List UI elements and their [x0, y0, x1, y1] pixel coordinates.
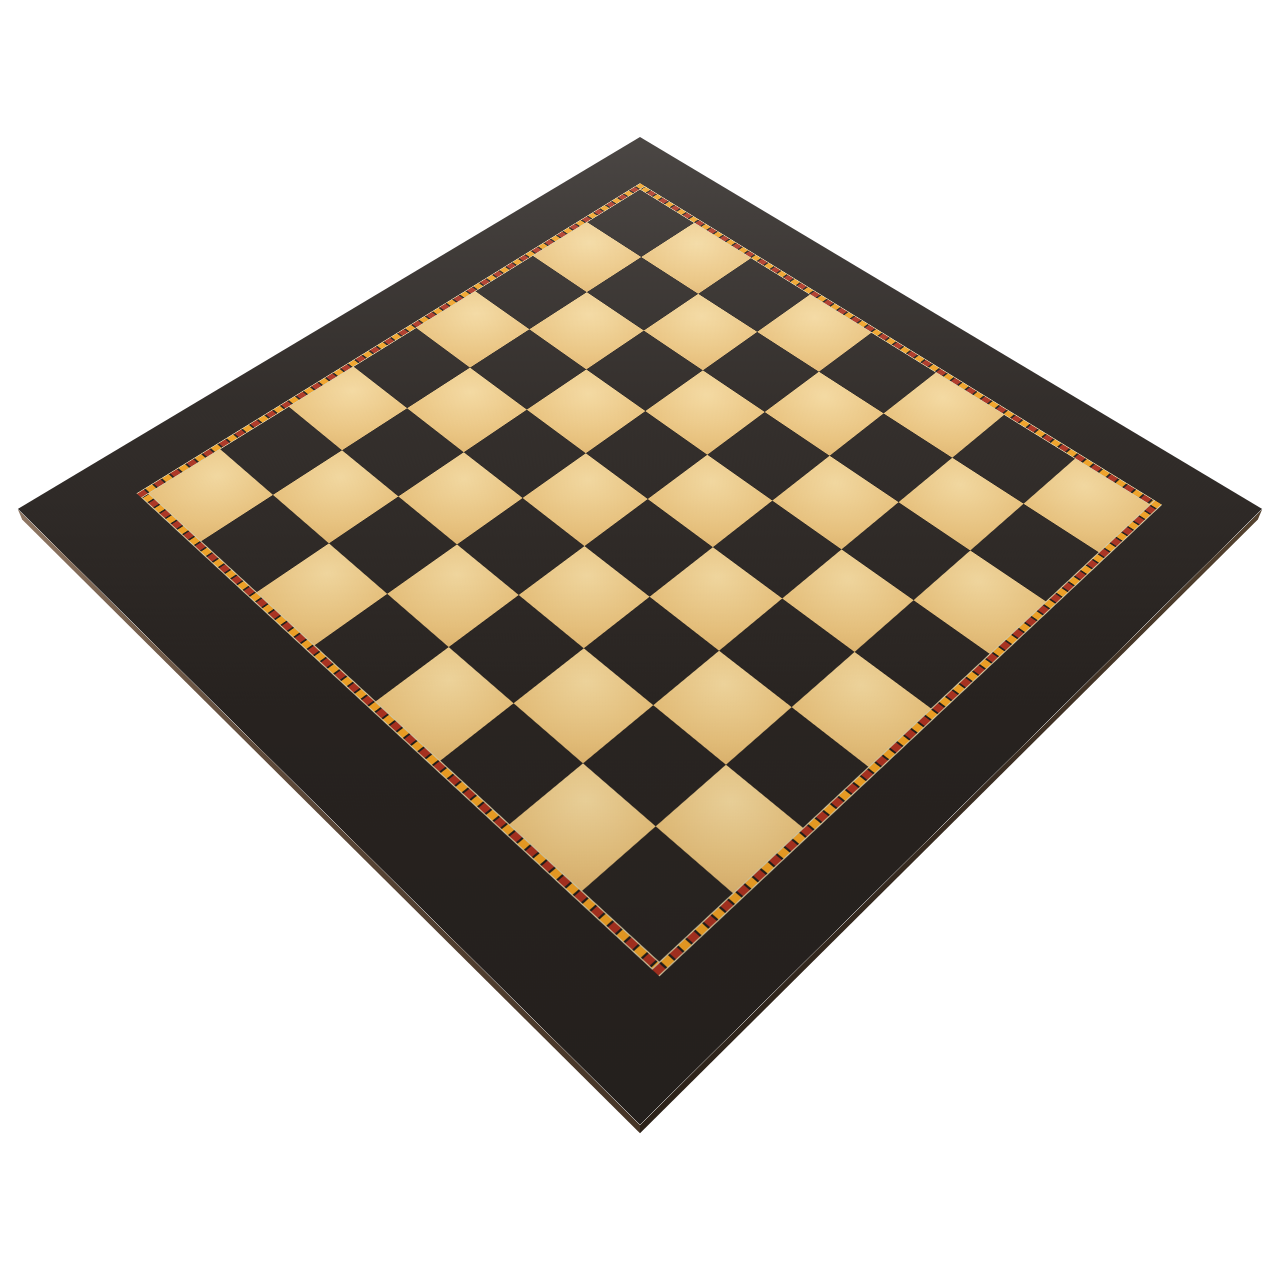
square-h6	[441, 703, 583, 824]
board-frame	[18, 137, 1263, 1125]
square-f6	[584, 597, 719, 705]
chess-board	[18, 137, 1263, 1125]
square-h3	[256, 543, 387, 645]
square-h5	[376, 647, 514, 761]
square-g6	[514, 648, 653, 762]
square-g3	[329, 496, 457, 593]
square-h2	[201, 495, 329, 592]
square-e7	[719, 598, 854, 706]
square-f5	[519, 546, 650, 649]
square-g8	[656, 765, 803, 893]
square-f7	[653, 650, 792, 764]
square-g5	[449, 595, 584, 703]
square-g7	[583, 705, 726, 826]
square-c7	[841, 502, 970, 600]
product-photo-background	[0, 0, 1280, 1280]
square-h4	[314, 593, 449, 701]
square-e6	[650, 547, 782, 650]
square-b8	[970, 503, 1099, 601]
mosaic-trim-right	[651, 500, 1162, 976]
square-f4	[457, 498, 585, 595]
square-d8	[854, 600, 990, 709]
square-g4	[387, 544, 518, 646]
board-inlay-area	[137, 183, 1163, 976]
square-h7	[509, 763, 656, 891]
playing-area	[149, 190, 1149, 962]
square-d7	[782, 549, 914, 652]
square-h8	[582, 826, 733, 962]
square-c8	[914, 550, 1046, 653]
square-f8	[726, 707, 869, 828]
square-e5	[585, 499, 713, 597]
square-d6	[713, 500, 841, 598]
square-e8	[792, 652, 931, 767]
